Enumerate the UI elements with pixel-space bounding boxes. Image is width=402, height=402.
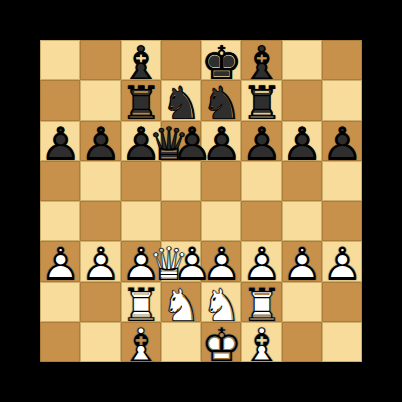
- square-b1[interactable]: [80, 322, 120, 362]
- square-h6[interactable]: ♟♙: [322, 121, 362, 161]
- piece-white-pawn-g3[interactable]: ♟♙: [282, 241, 322, 281]
- square-h4[interactable]: [322, 201, 362, 241]
- square-f1[interactable]: ♝♗: [241, 322, 281, 362]
- chess-app-background: ♝♗♚♔♝♗♜♖♞♘♞♘♜♖♟♙♟♙♟♙♛♕♟♙♟♙♟♙♟♙♟♙♟♙♟♙♟♙♛♕…: [0, 0, 402, 402]
- square-b3[interactable]: ♟♙: [80, 241, 120, 281]
- piece-black-pawn-g6[interactable]: ♟♙: [282, 121, 322, 161]
- square-g7[interactable]: [282, 80, 322, 120]
- square-b4[interactable]: [80, 201, 120, 241]
- bishop-outline-icon: ♗: [121, 322, 162, 368]
- piece-black-rook-f7[interactable]: ♜♖: [241, 80, 281, 120]
- square-c1[interactable]: ♝♗: [121, 322, 161, 362]
- piece-white-rook-f2[interactable]: ♜♖: [241, 282, 281, 322]
- square-f8[interactable]: ♝♗: [241, 40, 281, 80]
- piece-black-bishop-f8[interactable]: ♝♗: [241, 40, 281, 80]
- square-d3[interactable]: ♛♕♟♙: [161, 241, 201, 281]
- square-f6[interactable]: ♟♙: [241, 121, 281, 161]
- square-d7[interactable]: ♞♘: [161, 80, 201, 120]
- square-h1[interactable]: [322, 322, 362, 362]
- square-e7[interactable]: ♞♘: [201, 80, 241, 120]
- square-g8[interactable]: [282, 40, 322, 80]
- pawn-outline-icon: ♙: [40, 121, 81, 167]
- piece-black-pawn-f6[interactable]: ♟♙: [241, 121, 281, 161]
- square-g1[interactable]: [282, 322, 322, 362]
- chess-board: ♝♗♚♔♝♗♜♖♞♘♞♘♜♖♟♙♟♙♟♙♛♕♟♙♟♙♟♙♟♙♟♙♟♙♟♙♟♙♛♕…: [40, 40, 362, 362]
- square-c8[interactable]: ♝♗: [121, 40, 161, 80]
- square-f4[interactable]: [241, 201, 281, 241]
- square-a6[interactable]: ♟♙: [40, 121, 80, 161]
- square-e8[interactable]: ♚♔: [201, 40, 241, 80]
- pawn-outline-icon: ♙: [80, 241, 121, 287]
- pawn-outline-icon: ♙: [282, 121, 323, 167]
- square-a7[interactable]: [40, 80, 80, 120]
- piece-black-knight-d7[interactable]: ♞♘: [161, 80, 201, 120]
- piece-white-king-e1[interactable]: ♚♔: [201, 322, 241, 362]
- square-e1[interactable]: ♚♔: [201, 322, 241, 362]
- piece-white-pawn-f3[interactable]: ♟♙: [241, 241, 281, 281]
- square-f3[interactable]: ♟♙: [241, 241, 281, 281]
- square-h8[interactable]: [322, 40, 362, 80]
- square-g3[interactable]: ♟♙: [282, 241, 322, 281]
- pawn-outline-icon: ♙: [80, 121, 121, 167]
- piece-white-bishop-c1[interactable]: ♝♗: [121, 322, 161, 362]
- king-outline-icon: ♔: [201, 322, 242, 368]
- piece-black-pawn-d6[interactable]: ♟♙: [172, 121, 212, 161]
- piece-white-bishop-f1[interactable]: ♝♗: [241, 322, 281, 362]
- square-d4[interactable]: [161, 201, 201, 241]
- square-d8[interactable]: [161, 40, 201, 80]
- square-a1[interactable]: [40, 322, 80, 362]
- square-g4[interactable]: [282, 201, 322, 241]
- piece-white-pawn-a3[interactable]: ♟♙: [40, 241, 80, 281]
- square-h7[interactable]: [322, 80, 362, 120]
- pawn-outline-icon: ♙: [172, 241, 213, 287]
- piece-black-pawn-a6[interactable]: ♟♙: [40, 121, 80, 161]
- square-a8[interactable]: [40, 40, 80, 80]
- pawn-outline-icon: ♙: [322, 241, 363, 287]
- square-d6[interactable]: ♛♕♟♙: [161, 121, 201, 161]
- piece-white-pawn-h3[interactable]: ♟♙: [322, 241, 362, 281]
- piece-white-rook-c2[interactable]: ♜♖: [121, 282, 161, 322]
- pawn-outline-icon: ♙: [40, 241, 81, 287]
- piece-black-pawn-b6[interactable]: ♟♙: [80, 121, 120, 161]
- square-a3[interactable]: ♟♙: [40, 241, 80, 281]
- piece-black-king-e8[interactable]: ♚♔: [201, 40, 241, 80]
- piece-white-pawn-d3[interactable]: ♟♙: [172, 241, 212, 281]
- piece-white-pawn-b3[interactable]: ♟♙: [80, 241, 120, 281]
- pawn-outline-icon: ♙: [241, 121, 282, 167]
- piece-black-bishop-c8[interactable]: ♝♗: [121, 40, 161, 80]
- square-c4[interactable]: [121, 201, 161, 241]
- square-g6[interactable]: ♟♙: [282, 121, 322, 161]
- bishop-outline-icon: ♗: [241, 322, 282, 368]
- piece-black-knight-e7[interactable]: ♞♘: [201, 80, 241, 120]
- pawn-outline-icon: ♙: [282, 241, 323, 287]
- square-h3[interactable]: ♟♙: [322, 241, 362, 281]
- square-e4[interactable]: [201, 201, 241, 241]
- square-f7[interactable]: ♜♖: [241, 80, 281, 120]
- square-b8[interactable]: [80, 40, 120, 80]
- pawn-outline-icon: ♙: [172, 121, 213, 167]
- square-c7[interactable]: ♜♖: [121, 80, 161, 120]
- piece-black-pawn-h6[interactable]: ♟♙: [322, 121, 362, 161]
- square-c2[interactable]: ♜♖: [121, 282, 161, 322]
- piece-black-rook-c7[interactable]: ♜♖: [121, 80, 161, 120]
- square-a4[interactable]: [40, 201, 80, 241]
- pawn-outline-icon: ♙: [322, 121, 363, 167]
- square-f2[interactable]: ♜♖: [241, 282, 281, 322]
- square-b7[interactable]: [80, 80, 120, 120]
- square-b6[interactable]: ♟♙: [80, 121, 120, 161]
